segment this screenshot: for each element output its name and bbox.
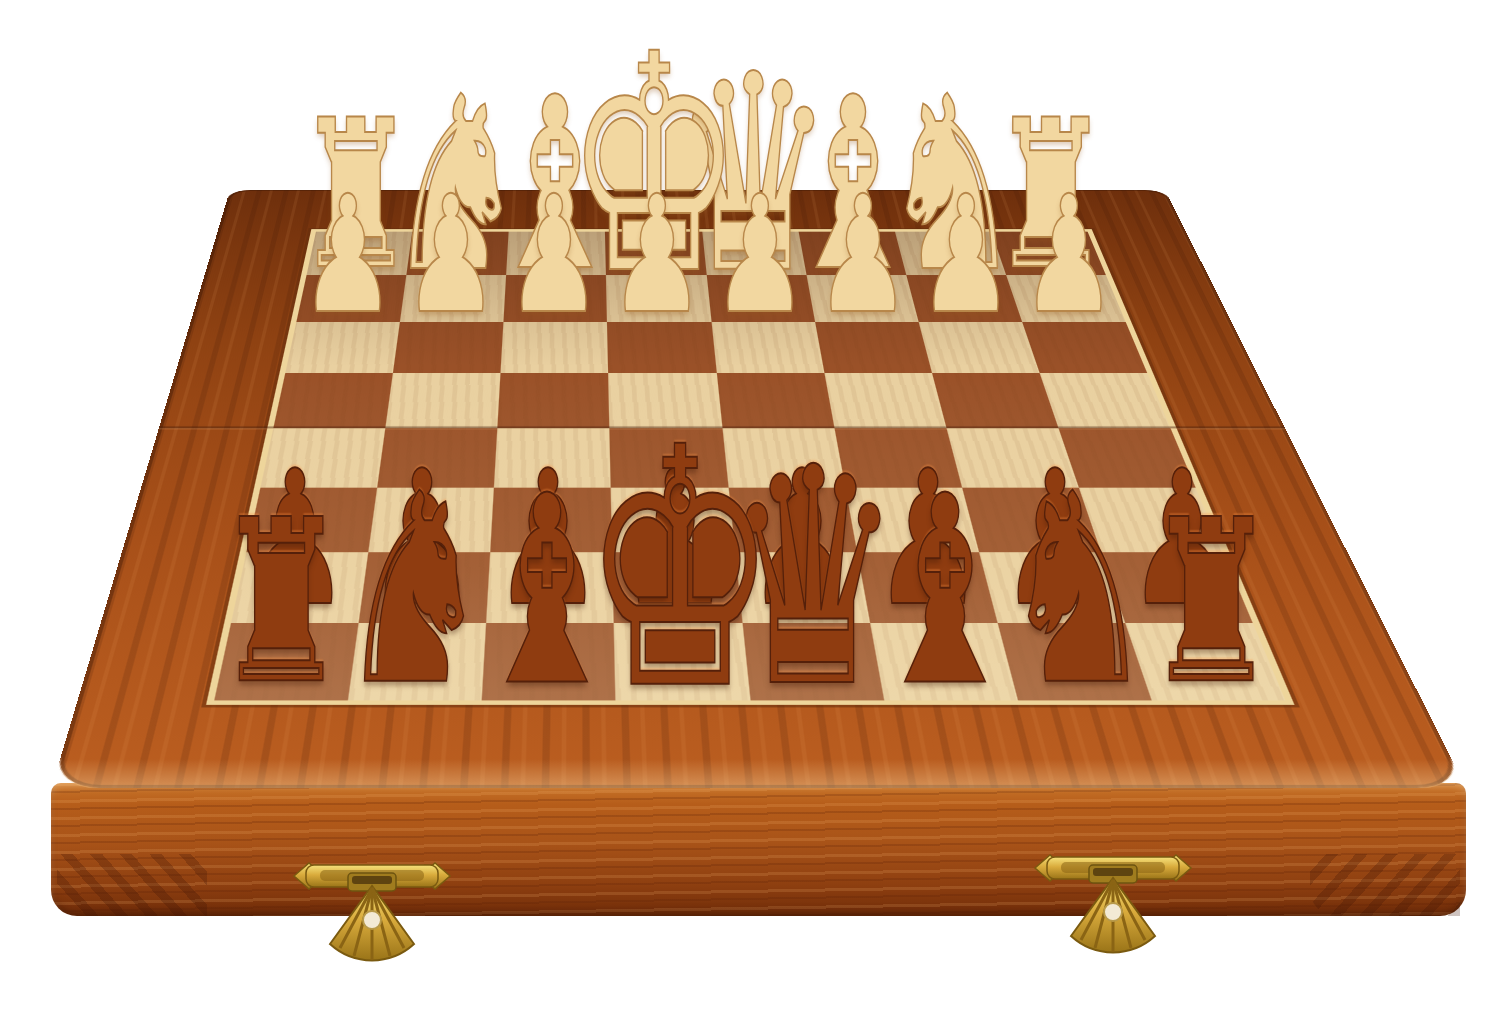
square-g4[interactable] bbox=[386, 373, 501, 428]
clasp-left-graphic bbox=[292, 856, 452, 974]
piece-black-bishop-f8[interactable]: ♝ bbox=[470, 462, 624, 722]
square-b4[interactable] bbox=[932, 373, 1059, 428]
piece-white-pawn-h2[interactable]: ♟ bbox=[300, 174, 396, 336]
brass-clasp-left[interactable] bbox=[292, 856, 452, 974]
clasp-right-graphic bbox=[1033, 848, 1193, 966]
piece-white-pawn-d2[interactable]: ♟ bbox=[712, 174, 808, 336]
brass-clasp-right[interactable] bbox=[1033, 848, 1193, 966]
square-h4[interactable] bbox=[273, 373, 393, 428]
clasp-pin bbox=[363, 911, 381, 929]
piece-black-rook-h8[interactable]: ♜ bbox=[215, 490, 348, 715]
piece-white-pawn-g2[interactable]: ♟ bbox=[403, 174, 499, 336]
clasp-pin bbox=[1104, 903, 1122, 921]
box-front-face bbox=[51, 783, 1466, 916]
piece-black-knight-g8[interactable]: ♞ bbox=[337, 460, 492, 722]
piece-white-pawn-f2[interactable]: ♟ bbox=[506, 174, 602, 336]
piece-white-pawn-b2[interactable]: ♟ bbox=[918, 174, 1014, 336]
piece-white-pawn-a2[interactable]: ♟ bbox=[1021, 174, 1117, 336]
piece-white-pawn-c2[interactable]: ♟ bbox=[815, 174, 911, 336]
piece-white-pawn-e2[interactable]: ♟ bbox=[609, 174, 705, 336]
piece-black-rook-a8[interactable]: ♜ bbox=[1144, 490, 1277, 715]
piece-black-knight-b8[interactable]: ♞ bbox=[1001, 460, 1156, 722]
chess-set-photo: ♜♞♝♛♚♝♞♜♟♟♟♟♟♟♟♟♟♟♟♟♟♟♟♟♜♞♝♛♚♝♞♜ bbox=[0, 0, 1500, 1021]
square-a4[interactable] bbox=[1040, 373, 1171, 428]
